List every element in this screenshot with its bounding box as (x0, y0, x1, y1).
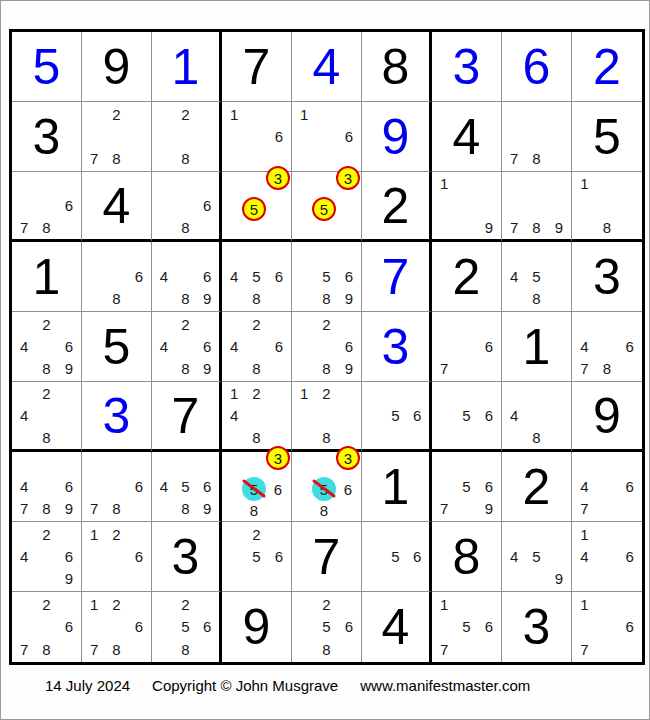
pencil-slot-6: 6 (58, 195, 80, 217)
pencil-marks: 1567 (433, 593, 500, 661)
pencil-slot-7 (293, 358, 315, 380)
pencil-marks: 56 (363, 523, 428, 590)
pencil-slot-1: 1 (433, 593, 455, 616)
candidate-5: 5 (181, 479, 189, 494)
candidate-6: 6 (413, 408, 421, 423)
pencil-slot-2 (596, 313, 619, 335)
pencil-slot-6: 6 (196, 195, 218, 217)
cell-r6c2[interactable]: 3 (82, 382, 152, 452)
cell-r5c6[interactable]: 3 (362, 312, 432, 382)
pencil-slot-6: 6 (406, 405, 428, 427)
cell-r2c9[interactable]: 5 (572, 102, 642, 172)
cell-r7c4[interactable]: 3568 (222, 452, 292, 522)
pencil-slot-6 (618, 195, 641, 217)
pencil-slot-2: 2 (245, 313, 267, 335)
cell-r2c4[interactable]: 16 (222, 102, 292, 172)
cell-r1c3[interactable]: 1 (152, 32, 222, 102)
pencil-slot-9 (338, 426, 360, 448)
pencil-marks: 2468 (223, 313, 290, 380)
pencil-slot-1 (13, 383, 35, 405)
candidate-6: 6 (625, 339, 633, 354)
pencil-slot-3 (196, 243, 218, 265)
candidate-5: 5 (462, 479, 470, 494)
cell-r1c7[interactable]: 3 (432, 32, 502, 102)
cell-r5c7[interactable]: 67 (432, 312, 502, 382)
pencil-marks: 789 (503, 173, 570, 238)
candidate-5: 5 (391, 549, 399, 564)
pencil-slot-5: 5 (315, 265, 337, 287)
pencil-slot-1 (153, 103, 175, 125)
candidate-4: 4 (580, 339, 588, 354)
pencil-slot-8: 8 (105, 288, 127, 310)
cell-r8c1[interactable]: 2469 (12, 522, 82, 592)
pencil-slot-4 (13, 195, 35, 217)
cell-r9c7[interactable]: 1567 (432, 592, 502, 662)
cell-r5c5[interactable]: 2689 (292, 312, 362, 382)
pencil-slot-2 (455, 593, 477, 616)
candidate-8: 8 (112, 291, 120, 306)
cell-r1c5[interactable]: 4 (292, 32, 362, 102)
pencil-slot-2 (455, 383, 477, 405)
pencil-slot-1 (13, 313, 35, 335)
cell-r4c7[interactable]: 2 (432, 242, 502, 312)
pencil-slot-2: 2 (315, 383, 337, 405)
pencil-slot-6 (336, 197, 360, 221)
pencil-slot-7 (153, 638, 175, 661)
pencil-slot-2 (525, 243, 547, 265)
cell-r3c9[interactable]: 18 (572, 172, 642, 242)
cell-r4c5[interactable]: 5689 (292, 242, 362, 312)
pencil-slot-8: 8 (596, 358, 619, 380)
candidate-4: 4 (230, 408, 238, 423)
pencil-slot-4: 4 (503, 265, 525, 287)
pencil-slot-4 (293, 616, 315, 639)
cell-r6c3[interactable]: 7 (152, 382, 222, 452)
pencil-slot-8 (312, 221, 336, 238)
candidate-8: 8 (181, 642, 189, 657)
entered-digit: 1 (172, 42, 200, 92)
cell-r4c3[interactable]: 4689 (152, 242, 222, 312)
pencil-slot-4 (573, 195, 596, 217)
cell-r3c6[interactable]: 2 (362, 172, 432, 242)
pencil-slot-3 (338, 383, 360, 405)
candidate-3-yellow-circle: 3 (266, 446, 290, 470)
pencil-slot-3 (338, 593, 360, 616)
candidate-6: 6 (485, 408, 493, 423)
pencil-slot-9 (548, 148, 570, 170)
candidate-8: 8 (603, 220, 611, 235)
candidate-8: 8 (322, 291, 330, 306)
pencil-slot-7 (83, 288, 105, 310)
cell-r6c6[interactable]: 56 (362, 382, 432, 452)
candidate-6: 6 (344, 482, 352, 497)
pencil-slot-1 (13, 593, 35, 616)
pencil-slot-4: 4 (13, 475, 35, 497)
cell-r7c6[interactable]: 1 (362, 452, 432, 522)
cell-r1c8[interactable]: 6 (502, 32, 572, 102)
cell-r3c4[interactable]: 35 (222, 172, 292, 242)
cell-r9c4[interactable]: 9 (222, 592, 292, 662)
cell-r2c6[interactable]: 9 (362, 102, 432, 172)
pencil-marks: 46789 (13, 453, 80, 520)
cell-r8c3[interactable]: 3 (152, 522, 222, 592)
pencil-slot-6: 6 (128, 475, 150, 497)
pencil-slot-2 (175, 243, 197, 265)
pencil-slot-5 (35, 335, 57, 357)
candidate-5: 5 (462, 619, 470, 634)
entered-digit: 6 (523, 42, 551, 92)
entered-digit: 5 (33, 42, 61, 92)
pencil-slot-3 (338, 313, 360, 335)
pencil-slot-4: 4 (223, 265, 245, 287)
pencil-slot-3 (548, 173, 570, 195)
candidate-7: 7 (90, 151, 98, 166)
pencil-slot-5: 5 (242, 477, 266, 501)
pencil-slot-9 (58, 216, 80, 238)
cell-r3c8[interactable]: 789 (502, 172, 572, 242)
cell-r5c3[interactable]: 24689 (152, 312, 222, 382)
pencil-slot-2 (455, 313, 477, 335)
pencil-slot-8 (105, 568, 127, 590)
cell-r9c1[interactable]: 2678 (12, 592, 82, 662)
pencil-slot-8: 8 (315, 426, 337, 448)
cell-r7c1[interactable]: 46789 (12, 452, 82, 522)
pencil-slot-9: 9 (196, 288, 218, 310)
pencil-slot-1 (13, 523, 35, 545)
given-digit: 9 (593, 391, 621, 441)
candidate-8: 8 (112, 501, 120, 516)
cell-r1c2[interactable]: 9 (82, 32, 152, 102)
cell-r9c3[interactable]: 2568 (152, 592, 222, 662)
pencil-marks: 3568 (293, 453, 360, 520)
candidate-8: 8 (252, 430, 260, 445)
pencil-slot-9 (478, 638, 500, 661)
candidate-8: 8 (181, 220, 189, 235)
pencil-slot-9: 9 (478, 498, 500, 520)
cell-r7c5[interactable]: 3568 (292, 452, 362, 522)
cell-r5c2[interactable]: 5 (82, 312, 152, 382)
pencil-slot-6 (548, 265, 570, 287)
pencil-slot-5: 5 (245, 545, 267, 567)
candidate-4: 4 (510, 269, 518, 284)
cell-r6c9[interactable]: 9 (572, 382, 642, 452)
cell-r2c3[interactable]: 28 (152, 102, 222, 172)
page-background: 5917483623278281616947856784683535219789… (0, 0, 650, 720)
pencil-slot-5: 5 (455, 405, 477, 427)
candidate-2: 2 (42, 386, 50, 401)
pencil-slot-5 (35, 616, 57, 639)
pencil-slot-4 (153, 125, 175, 147)
cell-r2c2[interactable]: 278 (82, 102, 152, 172)
candidate-8: 8 (112, 642, 120, 657)
pencil-slot-3 (196, 103, 218, 125)
pencil-marks: 19 (433, 173, 500, 238)
cell-r3c7[interactable]: 19 (432, 172, 502, 242)
pencil-slot-4: 4 (13, 405, 35, 427)
pencil-marks: 2469 (13, 523, 80, 590)
pencil-slot-2 (525, 173, 547, 195)
pencil-slot-3 (478, 593, 500, 616)
given-digit: 5 (103, 322, 131, 372)
pencil-slot-3 (618, 173, 641, 195)
cell-r9c5[interactable]: 2568 (292, 592, 362, 662)
cell-r3c1[interactable]: 678 (12, 172, 82, 242)
candidate-4: 4 (160, 269, 168, 284)
candidate-7: 7 (440, 501, 448, 516)
cell-r8c9[interactable]: 146 (572, 522, 642, 592)
pencil-marks: 45689 (153, 453, 218, 520)
pencil-slot-4 (433, 475, 455, 497)
cell-r6c7[interactable]: 56 (432, 382, 502, 452)
pencil-slot-1 (293, 173, 312, 197)
pencil-slot-6: 6 (618, 335, 641, 357)
given-digit: 7 (172, 391, 200, 441)
cell-r7c7[interactable]: 5679 (432, 452, 502, 522)
pencil-slot-6: 6 (128, 616, 150, 639)
candidate-7: 7 (440, 361, 448, 376)
pencil-slot-8 (245, 148, 267, 170)
pencil-slot-2 (525, 383, 547, 405)
pencil-slot-9: 9 (58, 568, 80, 590)
pencil-slot-1 (13, 453, 35, 475)
pencil-slot-4: 4 (573, 545, 596, 567)
pencil-slot-3 (128, 243, 150, 265)
pencil-slot-1 (293, 453, 312, 477)
pencil-marks: 5689 (293, 243, 360, 310)
pencil-slot-7 (13, 358, 35, 380)
pencil-slot-2: 2 (175, 313, 197, 335)
pencil-slot-8: 8 (35, 638, 57, 661)
pencil-slot-9 (128, 568, 150, 590)
pencil-slot-8 (385, 568, 407, 590)
pencil-slot-7 (433, 216, 455, 238)
pencil-slot-8: 8 (175, 638, 197, 661)
cell-r6c8[interactable]: 48 (502, 382, 572, 452)
pencil-slot-7 (363, 426, 385, 448)
pencil-slot-2 (35, 173, 57, 195)
pencil-marks: 24689 (13, 313, 80, 380)
candidate-2: 2 (42, 527, 50, 542)
pencil-slot-2 (315, 103, 337, 125)
pencil-slot-5 (315, 405, 337, 427)
pencil-marks: 248 (13, 383, 80, 448)
pencil-slot-8: 8 (175, 148, 197, 170)
pencil-slot-5: 5 (525, 265, 547, 287)
pencil-marks: 56 (363, 383, 428, 448)
pencil-slot-6: 6 (196, 265, 218, 287)
pencil-slot-8: 8 (175, 288, 197, 310)
pencil-slot-9 (478, 426, 500, 448)
cell-r1c9[interactable]: 2 (572, 32, 642, 102)
pencil-marks: 278 (83, 103, 150, 170)
pencil-slot-6: 6 (58, 545, 80, 567)
pencil-slot-2 (245, 243, 267, 265)
cell-r2c7[interactable]: 4 (432, 102, 502, 172)
cell-r3c5[interactable]: 35 (292, 172, 362, 242)
pencil-slot-5 (175, 125, 197, 147)
cell-r9c2[interactable]: 12678 (82, 592, 152, 662)
cell-r4c9[interactable]: 3 (572, 242, 642, 312)
cell-r2c5[interactable]: 16 (292, 102, 362, 172)
cell-r3c2[interactable]: 4 (82, 172, 152, 242)
cell-r8c2[interactable]: 126 (82, 522, 152, 592)
pencil-slot-2: 2 (175, 103, 197, 125)
candidate-2: 2 (322, 597, 330, 612)
pencil-slot-7: 7 (503, 216, 525, 238)
cell-r3c3[interactable]: 68 (152, 172, 222, 242)
cell-r9c6[interactable]: 4 (362, 592, 432, 662)
pencil-slot-2: 2 (35, 523, 57, 545)
pencil-slot-1 (363, 523, 385, 545)
entered-digit: 3 (453, 42, 481, 92)
pencil-slot-7 (223, 568, 245, 590)
cell-r4c2[interactable]: 68 (82, 242, 152, 312)
pencil-slot-1 (153, 313, 175, 335)
cell-r8c8[interactable]: 459 (502, 522, 572, 592)
pencil-slot-7 (223, 358, 245, 380)
candidate-6: 6 (485, 339, 493, 354)
pencil-slot-5: 5 (455, 616, 477, 639)
pencil-slot-9 (196, 216, 218, 238)
pencil-slot-1 (363, 383, 385, 405)
pencil-slot-5 (105, 475, 127, 497)
pencil-slot-6: 6 (196, 335, 218, 357)
candidate-7: 7 (90, 501, 98, 516)
cell-r8c5[interactable]: 7 (292, 522, 362, 592)
pencil-marks: 24689 (153, 313, 218, 380)
pencil-slot-1 (223, 243, 245, 265)
pencil-slot-3 (58, 523, 80, 545)
pencil-slot-9 (196, 148, 218, 170)
pencil-slot-5 (105, 545, 127, 567)
candidate-6: 6 (275, 339, 283, 354)
pencil-slot-3: 3 (266, 453, 290, 477)
cell-r5c8[interactable]: 1 (502, 312, 572, 382)
cell-r1c1[interactable]: 5 (12, 32, 82, 102)
cell-r7c2[interactable]: 678 (82, 452, 152, 522)
pencil-slot-8 (596, 498, 619, 520)
pencil-slot-5 (175, 195, 197, 217)
candidate-1: 1 (90, 527, 98, 542)
pencil-slot-3 (128, 523, 150, 545)
candidate-6: 6 (135, 479, 143, 494)
pencil-slot-9 (406, 426, 428, 448)
pencil-slot-1 (293, 313, 315, 335)
pencil-slot-3 (338, 243, 360, 265)
candidate-1: 1 (230, 386, 238, 401)
pencil-marks: 167 (573, 593, 641, 661)
pencil-slot-7 (573, 216, 596, 238)
pencil-slot-8 (242, 221, 266, 238)
cell-r6c5[interactable]: 128 (292, 382, 362, 452)
pencil-slot-3: 3 (336, 453, 360, 477)
pencil-marks: 2568 (153, 593, 218, 661)
cell-r4c1[interactable]: 1 (12, 242, 82, 312)
pencil-marks: 128 (293, 383, 360, 448)
pencil-slot-1 (503, 383, 525, 405)
pencil-slot-2 (245, 103, 267, 125)
cell-r6c4[interactable]: 1248 (222, 382, 292, 452)
pencil-slot-6: 6 (196, 616, 218, 639)
pencil-slot-9 (478, 358, 500, 380)
candidate-8: 8 (603, 361, 611, 376)
cell-r9c9[interactable]: 167 (572, 592, 642, 662)
cell-r8c7[interactable]: 8 (432, 522, 502, 592)
cell-r8c6[interactable]: 56 (362, 522, 432, 592)
pencil-slot-3 (58, 173, 80, 195)
pencil-slot-2 (35, 453, 57, 475)
cell-r6c1[interactable]: 248 (12, 382, 82, 452)
cell-r4c8[interactable]: 458 (502, 242, 572, 312)
candidate-4: 4 (510, 408, 518, 423)
pencil-slot-4: 4 (13, 545, 35, 567)
candidate-5-yellow-circle: 5 (242, 197, 266, 221)
pencil-slot-1: 1 (83, 593, 105, 616)
entered-digit: 7 (382, 252, 410, 302)
cell-r1c4[interactable]: 7 (222, 32, 292, 102)
candidate-6: 6 (65, 339, 73, 354)
pencil-slot-8: 8 (315, 638, 337, 661)
pencil-marks: 4568 (223, 243, 290, 310)
pencil-marks: 4678 (573, 313, 641, 380)
cell-r7c9[interactable]: 467 (572, 452, 642, 522)
pencil-slot-5 (596, 545, 619, 567)
pencil-marks: 28 (153, 103, 218, 170)
candidate-9: 9 (203, 291, 211, 306)
pencil-slot-5 (35, 545, 57, 567)
cell-r8c4[interactable]: 256 (222, 522, 292, 592)
pencil-slot-1 (503, 243, 525, 265)
cell-r9c8[interactable]: 3 (502, 592, 572, 662)
candidate-1: 1 (580, 176, 588, 191)
candidate-6: 6 (65, 549, 73, 564)
cell-r5c4[interactable]: 2468 (222, 312, 292, 382)
pencil-slot-3 (58, 383, 80, 405)
cell-r4c4[interactable]: 4568 (222, 242, 292, 312)
cell-r2c8[interactable]: 78 (502, 102, 572, 172)
pencil-slot-3 (548, 523, 570, 545)
pencil-slot-4 (83, 125, 105, 147)
pencil-slot-9 (266, 221, 290, 238)
candidate-8: 8 (112, 151, 120, 166)
cell-r4c6[interactable]: 7 (362, 242, 432, 312)
pencil-slot-7 (363, 568, 385, 590)
pencil-slot-5: 5 (525, 545, 547, 567)
pencil-slot-1 (503, 103, 525, 125)
candidate-6: 6 (203, 619, 211, 634)
pencil-slot-6 (478, 195, 500, 217)
candidate-9: 9 (65, 501, 73, 516)
candidate-6: 6 (625, 619, 633, 634)
cell-r7c3[interactable]: 45689 (152, 452, 222, 522)
pencil-slot-4 (83, 616, 105, 639)
pencil-slot-3 (548, 103, 570, 125)
cell-r2c1[interactable]: 3 (12, 102, 82, 172)
pencil-slot-7 (153, 498, 175, 520)
cell-r5c9[interactable]: 4678 (572, 312, 642, 382)
candidate-4: 4 (230, 339, 238, 354)
cell-r7c8[interactable]: 2 (502, 452, 572, 522)
pencil-slot-8 (455, 426, 477, 448)
pencil-slot-1 (433, 383, 455, 405)
pencil-slot-5 (455, 335, 477, 357)
candidate-4: 4 (20, 408, 28, 423)
cell-r1c6[interactable]: 8 (362, 32, 432, 102)
pencil-marks: 35 (293, 173, 360, 238)
cell-r5c1[interactable]: 24689 (12, 312, 82, 382)
pencil-marks: 68 (83, 243, 150, 310)
pencil-slot-4 (293, 125, 315, 147)
